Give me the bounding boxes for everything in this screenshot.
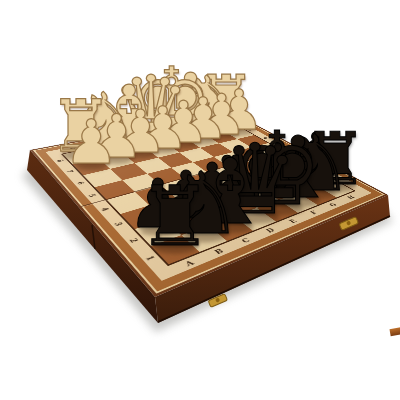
chess-set-photo: 87654321 87654321 ABCDEFGH ABCDEFGH ♜♞♝♛… — [0, 0, 400, 400]
edge-artifact — [389, 327, 400, 336]
